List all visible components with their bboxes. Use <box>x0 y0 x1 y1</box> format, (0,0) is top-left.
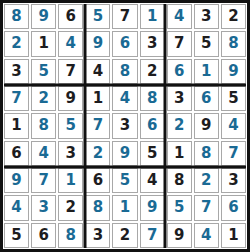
sudoku-cell-r5c5[interactable]: 3 <box>112 113 137 138</box>
sudoku-cell-r1c9[interactable]: 2 <box>221 4 246 29</box>
sudoku-cell-r1c4[interactable]: 5 <box>85 4 110 29</box>
sudoku-cell-r8c8[interactable]: 7 <box>194 195 219 220</box>
sudoku-cell-r4c3[interactable]: 9 <box>58 86 83 111</box>
sudoku-cell-r6c8[interactable]: 8 <box>194 141 219 166</box>
sudoku-grid: 8965714322149637583574826197291483651857… <box>4 4 246 248</box>
sudoku-cell-r6c4[interactable]: 2 <box>85 141 110 166</box>
sudoku-cell-r1c1[interactable]: 8 <box>4 4 29 29</box>
sudoku-cell-r3c5[interactable]: 8 <box>112 59 137 84</box>
sudoku-cell-r3c7[interactable]: 6 <box>167 59 192 84</box>
sudoku-cell-r9c6[interactable]: 7 <box>140 223 165 248</box>
sudoku-cell-r1c7[interactable]: 4 <box>167 4 192 29</box>
sudoku-cell-r8c1[interactable]: 4 <box>4 195 29 220</box>
sudoku-cell-r7c4[interactable]: 6 <box>85 168 110 193</box>
sudoku-cell-r9c1[interactable]: 5 <box>4 223 29 248</box>
sudoku-cell-r6c7[interactable]: 1 <box>167 141 192 166</box>
sudoku-cell-r9c4[interactable]: 3 <box>85 223 110 248</box>
sudoku-cell-r8c9[interactable]: 6 <box>221 195 246 220</box>
sudoku-cell-r4c1[interactable]: 7 <box>4 86 29 111</box>
sudoku-cell-r5c6[interactable]: 6 <box>140 113 165 138</box>
sudoku-cell-r8c5[interactable]: 1 <box>112 195 137 220</box>
sudoku-cell-r2c4[interactable]: 9 <box>85 31 110 56</box>
sudoku-cell-r7c2[interactable]: 7 <box>31 168 56 193</box>
sudoku-cell-r6c9[interactable]: 7 <box>221 141 246 166</box>
sudoku-cell-r3c6[interactable]: 2 <box>140 59 165 84</box>
sudoku-cell-r5c2[interactable]: 8 <box>31 113 56 138</box>
sudoku-cell-r3c8[interactable]: 1 <box>194 59 219 84</box>
sudoku-cell-r7c9[interactable]: 3 <box>221 168 246 193</box>
sudoku-cell-r9c8[interactable]: 4 <box>194 223 219 248</box>
sudoku-cell-r4c4[interactable]: 1 <box>85 86 110 111</box>
sudoku-cell-r9c9[interactable]: 1 <box>221 223 246 248</box>
sudoku-cell-r9c5[interactable]: 2 <box>112 223 137 248</box>
sudoku-cell-r2c3[interactable]: 4 <box>58 31 83 56</box>
sudoku-cell-r5c1[interactable]: 1 <box>4 113 29 138</box>
sudoku-cell-r7c1[interactable]: 9 <box>4 168 29 193</box>
sudoku-cell-r4c2[interactable]: 2 <box>31 86 56 111</box>
sudoku-cell-r5c4[interactable]: 7 <box>85 113 110 138</box>
sudoku-cell-r7c3[interactable]: 1 <box>58 168 83 193</box>
sudoku-cell-r8c6[interactable]: 9 <box>140 195 165 220</box>
sudoku-cell-r8c3[interactable]: 2 <box>58 195 83 220</box>
sudoku-cell-r2c2[interactable]: 1 <box>31 31 56 56</box>
sudoku-cell-r2c5[interactable]: 6 <box>112 31 137 56</box>
sudoku-cell-r6c1[interactable]: 6 <box>4 141 29 166</box>
sudoku-cell-r5c8[interactable]: 9 <box>194 113 219 138</box>
sudoku-cell-r5c7[interactable]: 2 <box>167 113 192 138</box>
sudoku-cell-r6c3[interactable]: 3 <box>58 141 83 166</box>
sudoku-cell-r8c7[interactable]: 5 <box>167 195 192 220</box>
sudoku-cell-r6c2[interactable]: 4 <box>31 141 56 166</box>
sudoku-cell-r4c5[interactable]: 4 <box>112 86 137 111</box>
sudoku-cell-r8c4[interactable]: 8 <box>85 195 110 220</box>
sudoku-cell-r9c2[interactable]: 6 <box>31 223 56 248</box>
sudoku-cell-r6c5[interactable]: 9 <box>112 141 137 166</box>
sudoku-cell-r1c5[interactable]: 7 <box>112 4 137 29</box>
sudoku-cell-r4c6[interactable]: 8 <box>140 86 165 111</box>
sudoku-cell-r1c6[interactable]: 1 <box>140 4 165 29</box>
sudoku-grid-wrap: 8965714322149637583574826197291483651857… <box>4 4 246 248</box>
sudoku-cell-r9c3[interactable]: 8 <box>58 223 83 248</box>
sudoku-cell-r1c2[interactable]: 9 <box>31 4 56 29</box>
sudoku-cell-r7c8[interactable]: 2 <box>194 168 219 193</box>
sudoku-cell-r7c6[interactable]: 4 <box>140 168 165 193</box>
sudoku-cell-r1c3[interactable]: 6 <box>58 4 83 29</box>
sudoku-cell-r4c9[interactable]: 5 <box>221 86 246 111</box>
sudoku-cell-r9c7[interactable]: 9 <box>167 223 192 248</box>
sudoku-cell-r7c7[interactable]: 8 <box>167 168 192 193</box>
sudoku-board: 8965714322149637583574826197291483651857… <box>0 0 250 252</box>
sudoku-cell-r3c9[interactable]: 9 <box>221 59 246 84</box>
sudoku-cell-r2c8[interactable]: 5 <box>194 31 219 56</box>
sudoku-cell-r2c1[interactable]: 2 <box>4 31 29 56</box>
sudoku-cell-r2c9[interactable]: 8 <box>221 31 246 56</box>
sudoku-cell-r2c7[interactable]: 7 <box>167 31 192 56</box>
sudoku-cell-r3c3[interactable]: 7 <box>58 59 83 84</box>
sudoku-cell-r5c3[interactable]: 5 <box>58 113 83 138</box>
sudoku-cell-r1c8[interactable]: 3 <box>194 4 219 29</box>
sudoku-cell-r3c4[interactable]: 4 <box>85 59 110 84</box>
sudoku-cell-r5c9[interactable]: 4 <box>221 113 246 138</box>
sudoku-cell-r6c6[interactable]: 5 <box>140 141 165 166</box>
sudoku-cell-r4c7[interactable]: 3 <box>167 86 192 111</box>
sudoku-cell-r4c8[interactable]: 6 <box>194 86 219 111</box>
sudoku-cell-r3c1[interactable]: 3 <box>4 59 29 84</box>
sudoku-cell-r7c5[interactable]: 5 <box>112 168 137 193</box>
sudoku-cell-r2c6[interactable]: 3 <box>140 31 165 56</box>
sudoku-cell-r3c2[interactable]: 5 <box>31 59 56 84</box>
sudoku-cell-r8c2[interactable]: 3 <box>31 195 56 220</box>
